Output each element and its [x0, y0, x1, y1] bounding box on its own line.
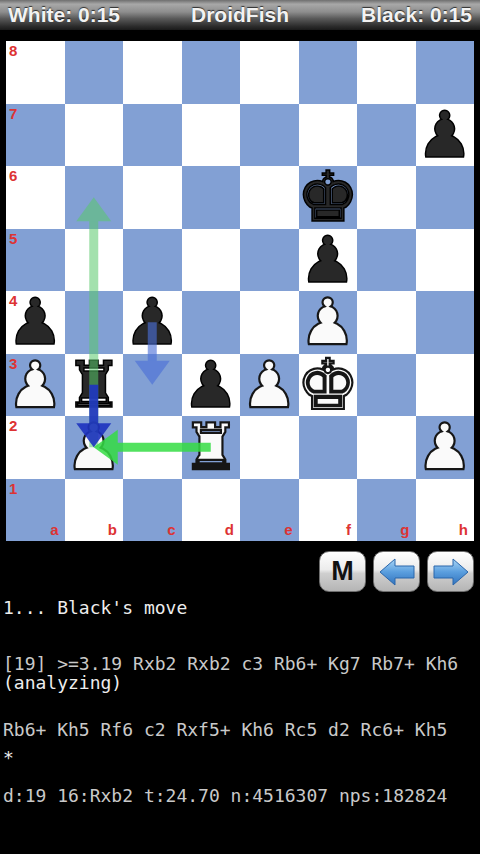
square-b8[interactable] [65, 41, 124, 104]
square-c6[interactable] [123, 166, 182, 229]
square-c5[interactable] [123, 229, 182, 292]
square-g2[interactable] [357, 416, 416, 479]
square-e6[interactable] [240, 166, 299, 229]
square-a5[interactable] [6, 229, 65, 292]
piece-black-pawn-f5[interactable]: ♟ [299, 229, 358, 292]
square-h4[interactable] [416, 291, 475, 354]
square-d5[interactable] [182, 229, 241, 292]
square-d4[interactable] [182, 291, 241, 354]
next-move-button[interactable] [427, 551, 474, 592]
square-h8[interactable] [416, 41, 475, 104]
square-a8[interactable] [6, 41, 65, 104]
square-b5[interactable] [65, 229, 124, 292]
piece-black-pawn-d3[interactable]: ♟ [182, 354, 241, 417]
square-d6[interactable] [182, 166, 241, 229]
engine-line-1: [19] >=3.19 Rxb2 Rxb2 c3 Rb6+ Kg7 Rb7+ K… [3, 653, 458, 675]
square-b4[interactable] [65, 291, 124, 354]
square-a7[interactable] [6, 104, 65, 167]
square-a1[interactable] [6, 479, 65, 542]
square-c2[interactable] [123, 416, 182, 479]
piece-white-king-f3[interactable]: ♚ [299, 354, 358, 417]
square-b7[interactable] [65, 104, 124, 167]
square-a2[interactable] [6, 416, 65, 479]
mode-button-label: M [331, 556, 354, 587]
square-g4[interactable] [357, 291, 416, 354]
piece-black-pawn-c4[interactable]: ♟ [123, 291, 182, 354]
move-controls: M [319, 551, 474, 592]
square-g7[interactable] [357, 104, 416, 167]
square-c1[interactable] [123, 479, 182, 542]
black-clock: Black: 0:15 [361, 3, 472, 27]
piece-white-pawn-b2[interactable]: ♟ [65, 416, 124, 479]
square-c7[interactable] [123, 104, 182, 167]
chess-board[interactable]: 87654321abcdefgh♟♚♟♟♟♟♟♜♟♟♚♟♜♟ [6, 41, 474, 541]
piece-white-pawn-h2[interactable]: ♟ [416, 416, 475, 479]
droidfish-screen: White: 0:15 DroidFish Black: 0:15 876543… [0, 0, 480, 854]
piece-white-pawn-a3[interactable]: ♟ [6, 354, 65, 417]
square-f8[interactable] [299, 41, 358, 104]
square-d8[interactable] [182, 41, 241, 104]
square-h5[interactable] [416, 229, 475, 292]
square-e1[interactable] [240, 479, 299, 542]
square-h6[interactable] [416, 166, 475, 229]
square-h3[interactable] [416, 354, 475, 417]
square-g1[interactable] [357, 479, 416, 542]
piece-black-pawn-a4[interactable]: ♟ [6, 291, 65, 354]
square-e4[interactable] [240, 291, 299, 354]
right-arrow-icon [433, 558, 469, 586]
piece-black-rook-b3[interactable]: ♜ [65, 354, 124, 417]
engine-line-3: d:19 16:Rxb2 t:24.70 n:4516307 nps:18282… [3, 785, 458, 807]
square-a6[interactable] [6, 166, 65, 229]
engine-line-2: Rb6+ Kh5 Rf6 c2 Rxf5+ Kh6 Rc5 d2 Rc6+ Kh… [3, 719, 458, 741]
piece-white-pawn-e3[interactable]: ♟ [240, 354, 299, 417]
mode-button[interactable]: M [319, 551, 366, 592]
square-b6[interactable] [65, 166, 124, 229]
square-c8[interactable] [123, 41, 182, 104]
piece-black-pawn-h7[interactable]: ♟ [416, 104, 475, 167]
left-arrow-icon [379, 558, 415, 586]
prev-move-button[interactable] [373, 551, 420, 592]
square-d7[interactable] [182, 104, 241, 167]
square-e2[interactable] [240, 416, 299, 479]
piece-black-king-f6[interactable]: ♚ [299, 166, 358, 229]
piece-white-rook-d2[interactable]: ♜ [182, 416, 241, 479]
clock-bar: White: 0:15 DroidFish Black: 0:15 [0, 0, 480, 30]
square-g3[interactable] [357, 354, 416, 417]
square-h1[interactable] [416, 479, 475, 542]
square-c3[interactable] [123, 354, 182, 417]
square-g6[interactable] [357, 166, 416, 229]
square-e7[interactable] [240, 104, 299, 167]
square-g8[interactable] [357, 41, 416, 104]
white-clock: White: 0:15 [8, 3, 120, 27]
square-d1[interactable] [182, 479, 241, 542]
square-b1[interactable] [65, 479, 124, 542]
square-e8[interactable] [240, 41, 299, 104]
square-g5[interactable] [357, 229, 416, 292]
square-e5[interactable] [240, 229, 299, 292]
engine-output: [19] >=3.19 Rxb2 Rxb2 c3 Rb6+ Kg7 Rb7+ K… [3, 609, 458, 851]
square-f1[interactable] [299, 479, 358, 542]
